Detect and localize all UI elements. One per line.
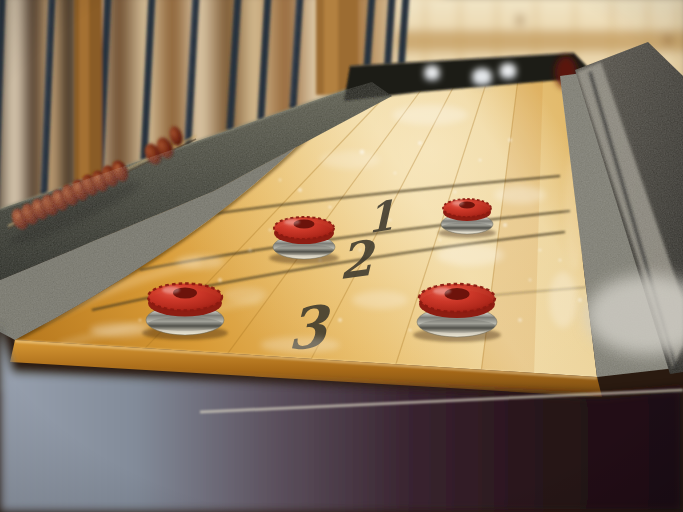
- vignette: [0, 0, 683, 512]
- shuffleboard-photo: 1 2 3: [0, 0, 683, 512]
